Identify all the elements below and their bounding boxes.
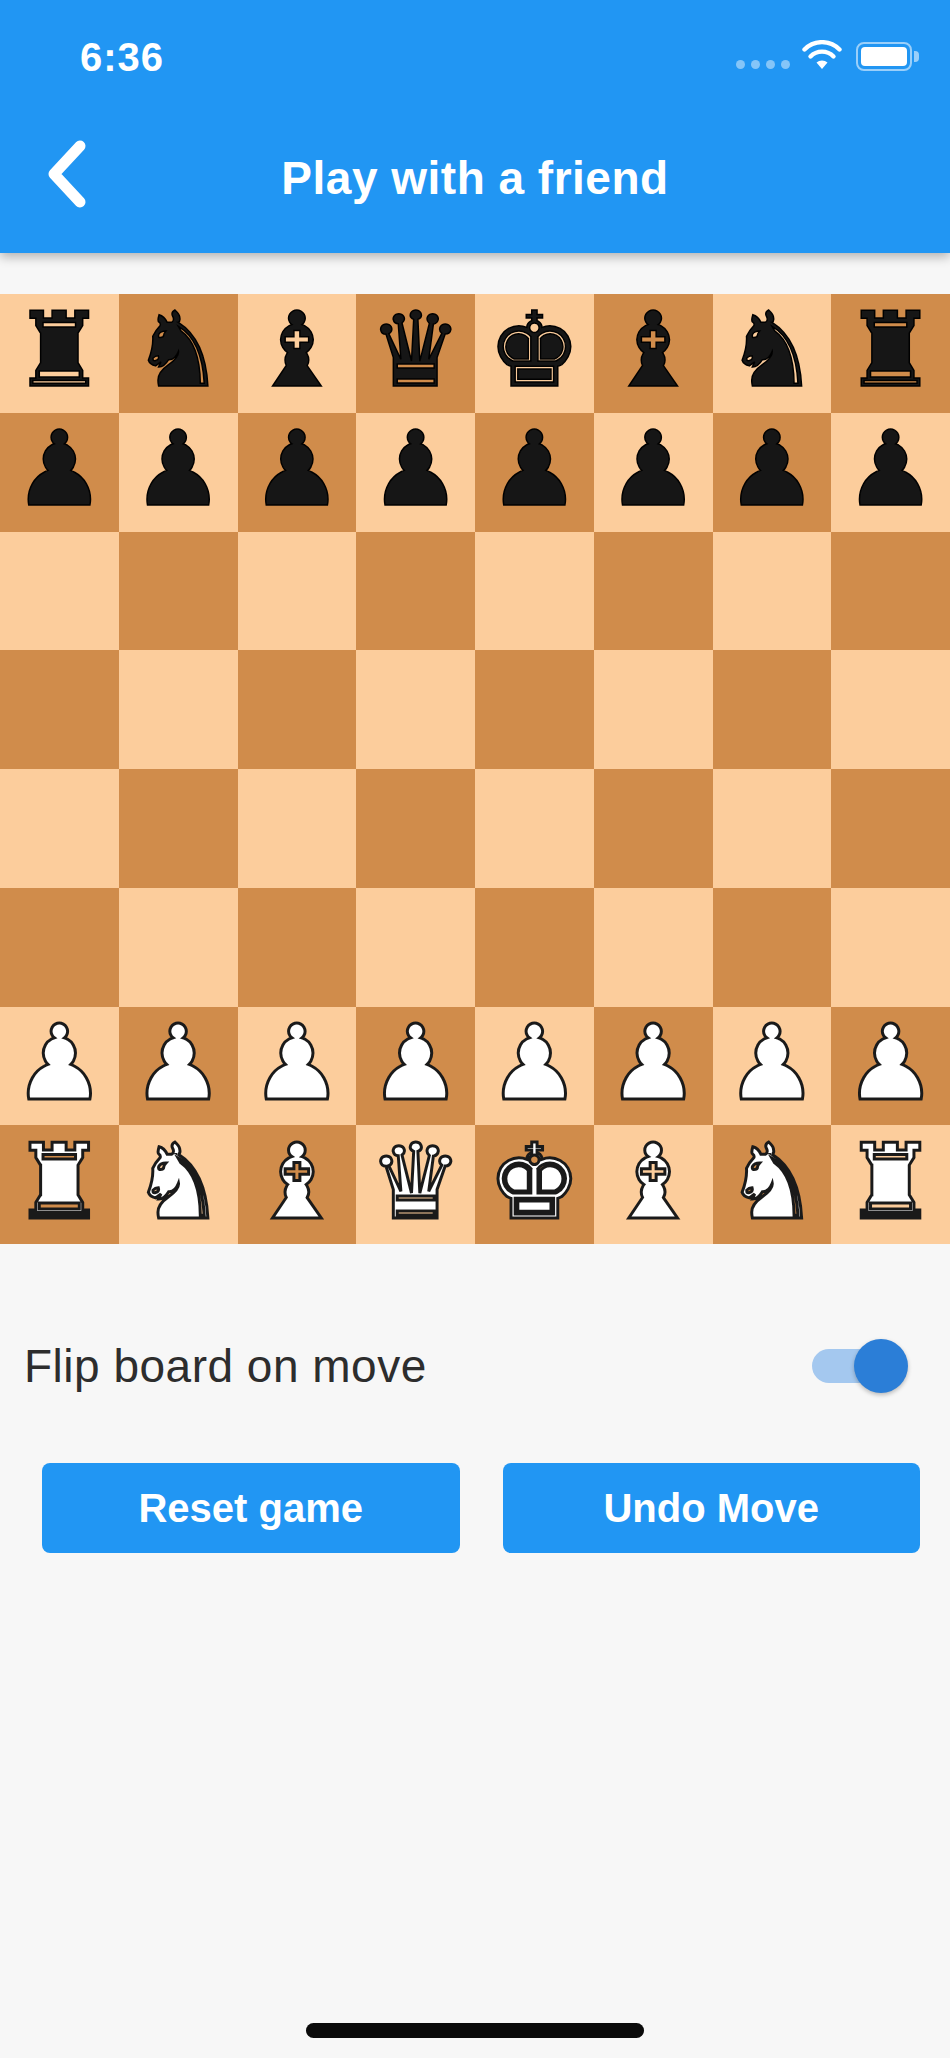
square-c6[interactable] [238, 532, 357, 651]
back-button[interactable] [40, 136, 96, 212]
square-f3[interactable] [594, 888, 713, 1007]
square-a4[interactable] [0, 769, 119, 888]
square-d3[interactable] [356, 888, 475, 1007]
black-queen[interactable]: ♛ [369, 298, 462, 402]
page-title: Play with a friend [281, 151, 668, 205]
square-d5[interactable] [356, 650, 475, 769]
battery-icon [856, 42, 912, 71]
white-queen[interactable]: ♛ [369, 1130, 462, 1234]
square-g5[interactable] [713, 650, 832, 769]
square-a2[interactable]: ♟ [0, 1007, 119, 1126]
square-d8[interactable]: ♛ [356, 294, 475, 413]
black-rook[interactable]: ♜ [13, 298, 106, 402]
black-pawn[interactable]: ♟ [369, 417, 462, 521]
square-e3[interactable] [475, 888, 594, 1007]
white-rook[interactable]: ♜ [844, 1130, 937, 1234]
square-f1[interactable]: ♝ [594, 1125, 713, 1244]
square-d1[interactable]: ♛ [356, 1125, 475, 1244]
black-pawn[interactable]: ♟ [725, 417, 818, 521]
square-f7[interactable]: ♟ [594, 413, 713, 532]
square-c7[interactable]: ♟ [238, 413, 357, 532]
wifi-icon [802, 40, 842, 72]
square-b6[interactable] [119, 532, 238, 651]
flip-board-toggle[interactable] [812, 1348, 902, 1384]
white-knight[interactable]: ♞ [725, 1130, 818, 1234]
white-rook[interactable]: ♜ [13, 1130, 106, 1234]
status-bar: 6:36 [0, 30, 950, 80]
square-h3[interactable] [831, 888, 950, 1007]
square-h8[interactable]: ♜ [831, 294, 950, 413]
white-pawn[interactable]: ♟ [488, 1011, 581, 1115]
square-b7[interactable]: ♟ [119, 413, 238, 532]
square-a3[interactable] [0, 888, 119, 1007]
square-b2[interactable]: ♟ [119, 1007, 238, 1126]
square-b3[interactable] [119, 888, 238, 1007]
flip-board-row: Flip board on move [0, 1318, 950, 1414]
square-d2[interactable]: ♟ [356, 1007, 475, 1126]
square-b5[interactable] [119, 650, 238, 769]
square-c2[interactable]: ♟ [238, 1007, 357, 1126]
white-knight[interactable]: ♞ [132, 1130, 225, 1234]
square-c1[interactable]: ♝ [238, 1125, 357, 1244]
square-b1[interactable]: ♞ [119, 1125, 238, 1244]
black-pawn[interactable]: ♟ [488, 417, 581, 521]
square-f8[interactable]: ♝ [594, 294, 713, 413]
white-pawn[interactable]: ♟ [844, 1011, 937, 1115]
undo-move-button[interactable]: Undo Move [503, 1463, 921, 1553]
square-c3[interactable] [238, 888, 357, 1007]
black-pawn[interactable]: ♟ [607, 417, 700, 521]
cellular-signal-icon [736, 60, 790, 69]
square-e7[interactable]: ♟ [475, 413, 594, 532]
square-c8[interactable]: ♝ [238, 294, 357, 413]
flip-board-label: Flip board on move [24, 1339, 427, 1393]
white-pawn[interactable]: ♟ [132, 1011, 225, 1115]
square-f6[interactable] [594, 532, 713, 651]
square-d4[interactable] [356, 769, 475, 888]
white-bishop[interactable]: ♝ [607, 1130, 700, 1234]
square-a6[interactable] [0, 532, 119, 651]
square-f2[interactable]: ♟ [594, 1007, 713, 1126]
black-king[interactable]: ♚ [488, 298, 581, 402]
square-e1[interactable]: ♚ [475, 1125, 594, 1244]
square-g2[interactable]: ♟ [713, 1007, 832, 1126]
white-bishop[interactable]: ♝ [250, 1130, 343, 1234]
square-f5[interactable] [594, 650, 713, 769]
square-e2[interactable]: ♟ [475, 1007, 594, 1126]
black-knight[interactable]: ♞ [725, 298, 818, 402]
square-g7[interactable]: ♟ [713, 413, 832, 532]
chess-board: ♜♞♝♛♚♝♞♜♟♟♟♟♟♟♟♟♟♟♟♟♟♟♟♟♜♞♝♛♚♝♞♜ [0, 294, 950, 1244]
status-icons [736, 38, 912, 74]
square-g6[interactable] [713, 532, 832, 651]
nav-bar: Play with a friend [0, 118, 950, 238]
app-header: 6:36 Play with a friend [0, 0, 950, 253]
square-g1[interactable]: ♞ [713, 1125, 832, 1244]
chevron-left-icon [40, 136, 96, 212]
square-h4[interactable] [831, 769, 950, 888]
square-g8[interactable]: ♞ [713, 294, 832, 413]
action-buttons: Reset game Undo Move [0, 1463, 950, 1553]
square-b8[interactable]: ♞ [119, 294, 238, 413]
square-a8[interactable]: ♜ [0, 294, 119, 413]
square-a5[interactable] [0, 650, 119, 769]
black-bishop[interactable]: ♝ [607, 298, 700, 402]
square-a1[interactable]: ♜ [0, 1125, 119, 1244]
white-pawn[interactable]: ♟ [369, 1011, 462, 1115]
black-pawn[interactable]: ♟ [250, 417, 343, 521]
square-h7[interactable]: ♟ [831, 413, 950, 532]
square-e8[interactable]: ♚ [475, 294, 594, 413]
status-clock: 6:36 [80, 35, 164, 80]
square-b4[interactable] [119, 769, 238, 888]
white-pawn[interactable]: ♟ [725, 1011, 818, 1115]
square-h1[interactable]: ♜ [831, 1125, 950, 1244]
white-pawn[interactable]: ♟ [13, 1011, 106, 1115]
square-d7[interactable]: ♟ [356, 413, 475, 532]
square-g3[interactable] [713, 888, 832, 1007]
white-king[interactable]: ♚ [488, 1130, 581, 1234]
square-c4[interactable] [238, 769, 357, 888]
square-e5[interactable] [475, 650, 594, 769]
square-c5[interactable] [238, 650, 357, 769]
home-indicator[interactable] [306, 2023, 644, 2038]
square-e4[interactable] [475, 769, 594, 888]
square-e6[interactable] [475, 532, 594, 651]
white-pawn[interactable]: ♟ [250, 1011, 343, 1115]
square-h5[interactable] [831, 650, 950, 769]
black-knight[interactable]: ♞ [132, 298, 225, 402]
white-pawn[interactable]: ♟ [607, 1011, 700, 1115]
toggle-thumb [854, 1339, 908, 1393]
square-a7[interactable]: ♟ [0, 413, 119, 532]
square-h2[interactable]: ♟ [831, 1007, 950, 1126]
black-pawn[interactable]: ♟ [844, 417, 937, 521]
black-bishop[interactable]: ♝ [250, 298, 343, 402]
square-g4[interactable] [713, 769, 832, 888]
black-rook[interactable]: ♜ [844, 298, 937, 402]
square-h6[interactable] [831, 532, 950, 651]
square-d6[interactable] [356, 532, 475, 651]
square-f4[interactable] [594, 769, 713, 888]
black-pawn[interactable]: ♟ [132, 417, 225, 521]
reset-game-button[interactable]: Reset game [42, 1463, 460, 1553]
black-pawn[interactable]: ♟ [13, 417, 106, 521]
